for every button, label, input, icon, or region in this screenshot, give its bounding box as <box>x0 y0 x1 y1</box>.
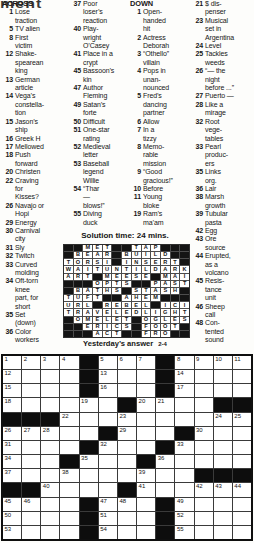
puzzle-block-cell <box>214 469 232 482</box>
clue-22: 22Craving for Kisses? <box>2 177 63 202</box>
answer-letter-cell: O <box>93 281 102 287</box>
puzzle-cell[interactable] <box>118 370 136 383</box>
puzzle-block-cell <box>156 441 174 454</box>
puzzle-cell[interactable] <box>175 469 193 482</box>
answer-letter-cell: H <box>171 288 180 294</box>
cell-number: 13 <box>100 370 107 377</box>
clue-21: 21$ dis- penser <box>192 0 253 17</box>
puzzle-cell[interactable]: 32 <box>99 441 117 454</box>
clue-text: Marsh growth <box>205 193 253 210</box>
puzzle-cell[interactable] <box>233 512 251 525</box>
puzzle-cell[interactable]: 3 <box>41 356 59 369</box>
answer-letter-cell: S <box>93 259 102 265</box>
puzzle-cell[interactable]: 44 <box>233 483 251 496</box>
clue-text: In a tizzy <box>143 126 189 143</box>
puzzle-block-cell <box>118 483 136 496</box>
puzzle-cell[interactable]: 24 <box>214 413 232 426</box>
puzzle-cell[interactable]: 30 <box>195 427 213 440</box>
puzzle-cell[interactable]: 4 <box>60 356 78 369</box>
answer-letter-cell: R <box>93 324 102 330</box>
clue-text: Medieval letter <box>83 143 127 160</box>
puzzle-cell[interactable] <box>118 455 136 468</box>
puzzle-cell[interactable]: 17 <box>175 384 193 397</box>
clue-16: 16Greek H <box>2 135 63 143</box>
clue-31: 31Sly <box>2 244 63 252</box>
cell-number: 9 <box>196 356 199 363</box>
clue-55: 55Diving duck <box>70 210 127 227</box>
clue-text: Like a mirage <box>205 101 253 118</box>
clue-number: 36 <box>192 185 205 193</box>
clue-49: 49Satan’s forte <box>70 101 127 118</box>
clue-text: Shake- spearean king <box>15 50 63 75</box>
clue-text: “Othello” villain <box>143 50 189 67</box>
answer-letter-cell: T <box>64 309 73 315</box>
answer-letter-cell: T <box>103 245 112 251</box>
clue-text: Diving duck <box>83 210 127 227</box>
puzzle-cell[interactable]: 11 <box>233 356 251 369</box>
puzzle-cell[interactable]: 36 <box>156 455 174 468</box>
puzzle-cell[interactable] <box>137 498 155 511</box>
puzzle-cell[interactable] <box>22 370 40 383</box>
puzzle-cell[interactable] <box>118 441 136 454</box>
cell-number: 49 <box>177 498 184 505</box>
puzzle-cell[interactable] <box>137 427 155 440</box>
puzzle-cell[interactable]: 40 <box>41 483 59 496</box>
answer-letter-cell: O <box>161 331 170 337</box>
puzzle-cell[interactable]: 31 <box>3 441 21 454</box>
clue-text: “Good gracious!” <box>143 168 189 185</box>
puzzle-block-cell <box>233 469 251 482</box>
answer-letter-cell: B <box>122 302 131 308</box>
answer-letter-cell: T <box>64 259 73 265</box>
puzzle-cell[interactable] <box>137 512 155 525</box>
cell-number: 30 <box>196 427 203 434</box>
puzzle-cell[interactable]: 42 <box>195 483 213 496</box>
puzzle-cell[interactable] <box>233 526 251 539</box>
cell-number: 29 <box>119 427 126 434</box>
puzzle-cell[interactable]: 49 <box>175 498 193 511</box>
answer-letter-cell: H <box>132 295 141 301</box>
clue-34: 34Oft-torn knee part, for short <box>2 277 63 311</box>
puzzle-cell[interactable] <box>195 384 213 397</box>
puzzle-cell[interactable] <box>60 427 78 440</box>
clue-text: Erupted, as a volcano <box>205 252 253 277</box>
clue-number: 50 <box>70 118 83 126</box>
puzzle-cell[interactable]: 22 <box>60 413 78 426</box>
puzzle-cell[interactable] <box>214 455 232 468</box>
clue-text: Set (down) <box>15 311 63 328</box>
clue-text: First victim <box>15 34 63 51</box>
puzzle-cell[interactable] <box>195 441 213 454</box>
puzzle-cell[interactable] <box>22 398 40 411</box>
puzzle-cell[interactable] <box>195 398 213 411</box>
puzzle-cell[interactable]: 27 <box>22 427 40 440</box>
answer-block-cell <box>122 331 131 337</box>
answer-letter-cell: L <box>103 317 112 323</box>
puzzle-cell[interactable]: 53 <box>3 526 21 539</box>
cell-number: 21 <box>158 398 165 405</box>
answer-letter-cell: T <box>112 331 121 337</box>
puzzle-cell[interactable] <box>60 398 78 411</box>
puzzle-cell[interactable]: 2 <box>22 356 40 369</box>
answer-letter-cell: A <box>151 288 160 294</box>
clue-number: 25 <box>192 50 205 67</box>
clue-text: Tubular pasta <box>205 210 253 227</box>
puzzle-cell[interactable] <box>214 512 232 525</box>
clue-51: 51One-star rating <box>70 126 127 143</box>
answer-letter-cell: H <box>103 288 112 294</box>
puzzle-cell[interactable] <box>195 455 213 468</box>
clue-53: 53Baseball legend Willie <box>70 160 127 185</box>
puzzle-cell[interactable] <box>99 413 117 426</box>
answer-letter-cell: S <box>112 288 121 294</box>
puzzle-cell[interactable]: 25 <box>233 413 251 426</box>
answer-letter-cell: L <box>142 266 151 272</box>
clue-text: $ dis- penser <box>205 0 253 17</box>
puzzle-cell[interactable]: 29 <box>118 427 136 440</box>
clue-text: Con- tented sound <box>205 319 253 344</box>
cell-number: 4 <box>62 356 65 363</box>
puzzle-cell[interactable] <box>60 483 78 496</box>
answer-letter-cell: E <box>103 309 112 315</box>
cell-number: 26 <box>5 427 12 434</box>
puzzle-cell[interactable]: 19 <box>80 398 98 411</box>
puzzle-cell[interactable]: 43 <box>214 483 232 496</box>
answer-letter-cell: T <box>122 317 131 323</box>
puzzle-cell[interactable] <box>60 498 78 511</box>
puzzle-cell[interactable]: 14 <box>175 370 193 383</box>
clue-number: 26 <box>192 67 205 92</box>
puzzle-cell[interactable]: 39 <box>137 469 155 482</box>
answer-letter-cell: E <box>122 274 131 280</box>
across-clue-column-1: ACROSS1Lose traction5TV alien8First vict… <box>2 0 63 345</box>
answer-letter-cell: T <box>83 274 92 280</box>
puzzle-cell[interactable] <box>214 384 232 397</box>
answer-letter-cell: L <box>142 302 151 308</box>
answer-letter-cell: R <box>103 252 112 258</box>
puzzle-cell[interactable] <box>195 498 213 511</box>
puzzle-cell[interactable] <box>233 427 251 440</box>
clue-number: 10 <box>130 185 143 193</box>
clue-17: 17Mellowed <box>2 143 63 151</box>
clue-number: 22 <box>2 177 15 202</box>
answer-block-cell <box>142 281 151 287</box>
puzzle-cell[interactable] <box>233 455 251 468</box>
clue-15: 15Jason’s ship <box>2 118 63 135</box>
puzzle-cell[interactable]: 1 <box>3 356 21 369</box>
puzzle-block-cell <box>80 498 98 511</box>
cell-number: 42 <box>196 483 203 490</box>
cell-number: 8 <box>177 356 180 363</box>
puzzle-cell[interactable]: 15 <box>3 384 21 397</box>
puzzle-cell[interactable] <box>214 370 232 383</box>
answer-letter-cell: M <box>83 317 92 323</box>
puzzle-cell[interactable] <box>99 483 117 496</box>
clue-14: 14Vega’s constella- tion <box>2 92 63 117</box>
clue-44: 44Erupted, as a volcano <box>192 252 253 277</box>
puzzle-cell[interactable]: 55 <box>175 526 193 539</box>
clue-text: Links org. <box>205 168 253 185</box>
answer-letter-cell: A <box>83 288 92 294</box>
puzzle-cell[interactable] <box>195 512 213 525</box>
puzzle-cell[interactable]: 21 <box>156 398 174 411</box>
puzzle-cell[interactable]: 54 <box>99 526 117 539</box>
clue-text: TV alien <box>15 25 63 33</box>
puzzle-cell[interactable] <box>195 526 213 539</box>
answer-block-cell <box>112 259 121 265</box>
clue-number: 52 <box>70 143 83 160</box>
answer-letter-cell: I <box>142 252 151 258</box>
puzzle-cell[interactable] <box>80 427 98 440</box>
answer-letter-cell: T <box>132 245 141 251</box>
puzzle-cell[interactable] <box>60 526 78 539</box>
clue-number: 41 <box>70 50 83 67</box>
puzzle-cell[interactable] <box>41 455 59 468</box>
answer-block-cell <box>83 331 92 337</box>
puzzle-cell[interactable] <box>41 512 59 525</box>
puzzle-cell[interactable] <box>99 398 117 411</box>
clue-text: Egg <box>205 227 253 235</box>
clue-text: Root vege- tables <box>205 118 253 143</box>
puzzle-cell[interactable] <box>175 413 193 426</box>
clue-9: 9“Good gracious!” <box>130 168 189 185</box>
puzzle-cell[interactable] <box>137 441 155 454</box>
puzzle-cell[interactable] <box>137 370 155 383</box>
answer-letter-cell: H <box>171 309 180 315</box>
puzzle-cell[interactable] <box>118 384 136 397</box>
answer-letter-cell: R <box>83 259 92 265</box>
puzzle-cell[interactable] <box>214 498 232 511</box>
answer-block-cell <box>161 295 170 301</box>
puzzle-cell[interactable]: 9 <box>195 356 213 369</box>
answer-block-cell <box>171 331 180 337</box>
clue-text: Mellowed <box>15 143 63 151</box>
puzzle-cell[interactable] <box>175 455 193 468</box>
puzzle-cell[interactable] <box>22 526 40 539</box>
puzzle-cell[interactable] <box>214 526 232 539</box>
clue-number: 4 <box>130 67 143 92</box>
puzzle-cell[interactable] <box>41 441 59 454</box>
answer-letter-cell: M <box>103 274 112 280</box>
clue-text: Lair <box>205 185 253 193</box>
clue-number: 20 <box>2 168 15 176</box>
puzzle-cell[interactable] <box>233 384 251 397</box>
puzzle-block-cell <box>80 441 98 454</box>
answer-letter-cell: G <box>151 317 160 323</box>
puzzle-cell[interactable] <box>41 526 59 539</box>
puzzle-cell[interactable] <box>80 469 98 482</box>
puzzle-cell[interactable]: 18 <box>3 398 21 411</box>
puzzle-block-cell <box>156 526 174 539</box>
clue-4: 4Pops in unan- nounced <box>130 67 189 92</box>
answer-letter-cell: I <box>132 266 141 272</box>
puzzle-cell[interactable]: 38 <box>60 469 78 482</box>
answer-block-cell <box>64 317 73 323</box>
clue-text: Navajo or Hopi <box>15 202 63 219</box>
cell-number: 41 <box>139 483 146 490</box>
clue-number: 32 <box>2 252 15 260</box>
answer-letter-cell: A <box>161 281 170 287</box>
clue-text: Tackles weeds <box>205 50 253 67</box>
puzzle-cell[interactable] <box>80 483 98 496</box>
puzzle-cell[interactable] <box>22 455 40 468</box>
puzzle-cell[interactable] <box>60 370 78 383</box>
puzzle-cell[interactable] <box>118 512 136 525</box>
puzzle-cell[interactable] <box>80 413 98 426</box>
clue-number: 24 <box>192 42 205 50</box>
puzzle-cell[interactable]: 10 <box>214 356 232 369</box>
puzzle-cell[interactable] <box>233 498 251 511</box>
puzzle-cell[interactable] <box>175 483 193 496</box>
clue-text: Ram’s ma’am <box>143 210 189 227</box>
puzzle-cell[interactable] <box>22 469 40 482</box>
puzzle-cell[interactable]: 16 <box>99 384 117 397</box>
puzzle-cell[interactable]: 28 <box>41 427 59 440</box>
puzzle-cell[interactable] <box>22 441 40 454</box>
puzzle-cell[interactable] <box>195 413 213 426</box>
puzzle-cell[interactable]: 34 <box>3 455 21 468</box>
puzzle-cell[interactable] <box>41 370 59 383</box>
answer-block-cell <box>93 274 102 280</box>
puzzle-cell[interactable] <box>41 384 59 397</box>
clue-list-header: DOWN <box>130 0 189 8</box>
clue-number: 47 <box>70 84 83 101</box>
clue-48: 48Con- tented sound <box>192 319 253 344</box>
puzzle-cell[interactable]: 45 <box>3 498 21 511</box>
puzzle-cell[interactable]: 12 <box>3 370 21 383</box>
puzzle-cell[interactable]: 33 <box>175 441 193 454</box>
answer-block-cell <box>180 324 189 330</box>
clue-text: Vega’s constella- tion <box>15 92 63 117</box>
puzzle-cell[interactable]: 35 <box>80 455 98 468</box>
clue-text: Energy <box>15 219 63 227</box>
puzzle-cell[interactable] <box>60 512 78 525</box>
puzzle-block-cell <box>156 498 174 511</box>
clue-12: 12Shake- spearean king <box>2 50 63 75</box>
overprint-artifact: ment <box>0 0 42 12</box>
puzzle-cell[interactable] <box>156 427 174 440</box>
puzzle-cell[interactable] <box>118 526 136 539</box>
answer-block-cell <box>64 324 73 330</box>
answer-letter-cell: E <box>142 274 151 280</box>
answer-letter-cell: R <box>74 309 83 315</box>
puzzle-cell[interactable] <box>214 441 232 454</box>
puzzle-cell[interactable] <box>60 384 78 397</box>
clue-number: 17 <box>2 143 15 151</box>
puzzle-cell[interactable] <box>137 413 155 426</box>
answer-letter-cell: R <box>151 331 160 337</box>
clue-text: Ore source <box>205 235 253 252</box>
puzzle-cell[interactable]: 47 <box>99 498 117 511</box>
answer-letter-cell: O <box>151 324 160 330</box>
puzzle-cell[interactable]: 48 <box>118 498 136 511</box>
puzzle-cell[interactable] <box>156 413 174 426</box>
puzzle-cell[interactable]: 51 <box>99 512 117 525</box>
clue-33: 33Curved molding <box>2 261 63 278</box>
answer-letter-cell: C <box>171 302 180 308</box>
puzzle-cell[interactable] <box>156 469 174 482</box>
clue-54: 54“Thar — blows!” <box>70 185 127 210</box>
puzzle-cell[interactable] <box>22 512 40 525</box>
puzzle-cell[interactable] <box>60 441 78 454</box>
cell-number: 25 <box>234 413 241 420</box>
puzzle-cell[interactable]: 6 <box>118 356 136 369</box>
clue-43: 43Ore source <box>192 235 253 252</box>
puzzle-cell[interactable]: 13 <box>99 370 117 383</box>
clue-38: 38Marsh growth <box>192 193 253 210</box>
down-clue-column-1: DOWN1Open- handed hit2Actress Deborah3“O… <box>130 0 189 227</box>
puzzle-cell[interactable] <box>41 498 59 511</box>
answer-letter-cell: D <box>161 252 170 258</box>
puzzle-cell[interactable] <box>195 370 213 383</box>
answer-letter-cell: O <box>74 259 83 265</box>
puzzle-cell[interactable] <box>137 384 155 397</box>
puzzle-cell[interactable]: 20 <box>137 398 155 411</box>
puzzle-block-cell <box>137 455 155 468</box>
puzzle-cell[interactable]: 5 <box>99 356 117 369</box>
puzzle-cell[interactable]: 26 <box>3 427 21 440</box>
puzzle-cell[interactable]: 52 <box>175 512 193 525</box>
puzzle-cell[interactable] <box>233 441 251 454</box>
puzzle-block-cell <box>156 356 174 369</box>
clue-number: 23 <box>192 17 205 42</box>
puzzle-block-cell <box>156 370 174 383</box>
clue-25: 25Tackles weeds <box>192 50 253 67</box>
clue-number: 7 <box>130 126 143 143</box>
clue-text: Open- handed hit <box>143 8 189 33</box>
puzzle-cell[interactable] <box>41 469 59 482</box>
clue-number: 12 <box>2 50 15 75</box>
puzzle-cell[interactable] <box>99 455 117 468</box>
puzzle-cell[interactable] <box>175 398 193 411</box>
cell-number: 23 <box>119 413 126 420</box>
puzzle-cell[interactable]: 37 <box>3 469 21 482</box>
puzzle-cell[interactable] <box>156 483 174 496</box>
answer-letter-cell: I <box>161 302 170 308</box>
answer-letter-cell: A <box>74 266 83 272</box>
cell-number: 47 <box>100 498 107 505</box>
puzzle-cell[interactable] <box>118 469 136 482</box>
puzzle-cell[interactable] <box>22 384 40 397</box>
answer-block-cell <box>180 295 189 301</box>
puzzle-cell[interactable]: 41 <box>137 483 155 496</box>
answer-letter-cell: L <box>142 309 151 315</box>
puzzle-cell[interactable] <box>233 370 251 383</box>
puzzle-cell[interactable]: 46 <box>22 498 40 511</box>
answer-letter-cell: B <box>122 252 131 258</box>
puzzle-cell[interactable]: 7 <box>137 356 155 369</box>
puzzle-cell[interactable] <box>99 469 117 482</box>
clue-50: 50Difficult <box>70 118 127 126</box>
clue-number: 13 <box>2 76 15 93</box>
clue-8: 8First victim <box>2 34 63 51</box>
cell-number: 40 <box>43 483 50 490</box>
puzzle-cell[interactable]: 8 <box>175 356 193 369</box>
clue-number: 49 <box>70 101 83 118</box>
puzzle-cell[interactable]: 50 <box>3 512 21 525</box>
answer-letter-cell: D <box>151 266 160 272</box>
clue-text: Pearl produc- ers <box>205 143 253 168</box>
puzzle-cell[interactable] <box>41 398 59 411</box>
answer-letter-cell: B <box>74 252 83 258</box>
clue-text: Level <box>205 42 253 50</box>
puzzle-cell[interactable]: 23 <box>118 413 136 426</box>
answer-letter-cell: L <box>151 252 160 258</box>
answer-block-cell <box>122 288 131 294</box>
puzzle-cell[interactable] <box>137 526 155 539</box>
puzzle-cell[interactable] <box>214 427 232 440</box>
puzzle-block-cell <box>80 526 98 539</box>
